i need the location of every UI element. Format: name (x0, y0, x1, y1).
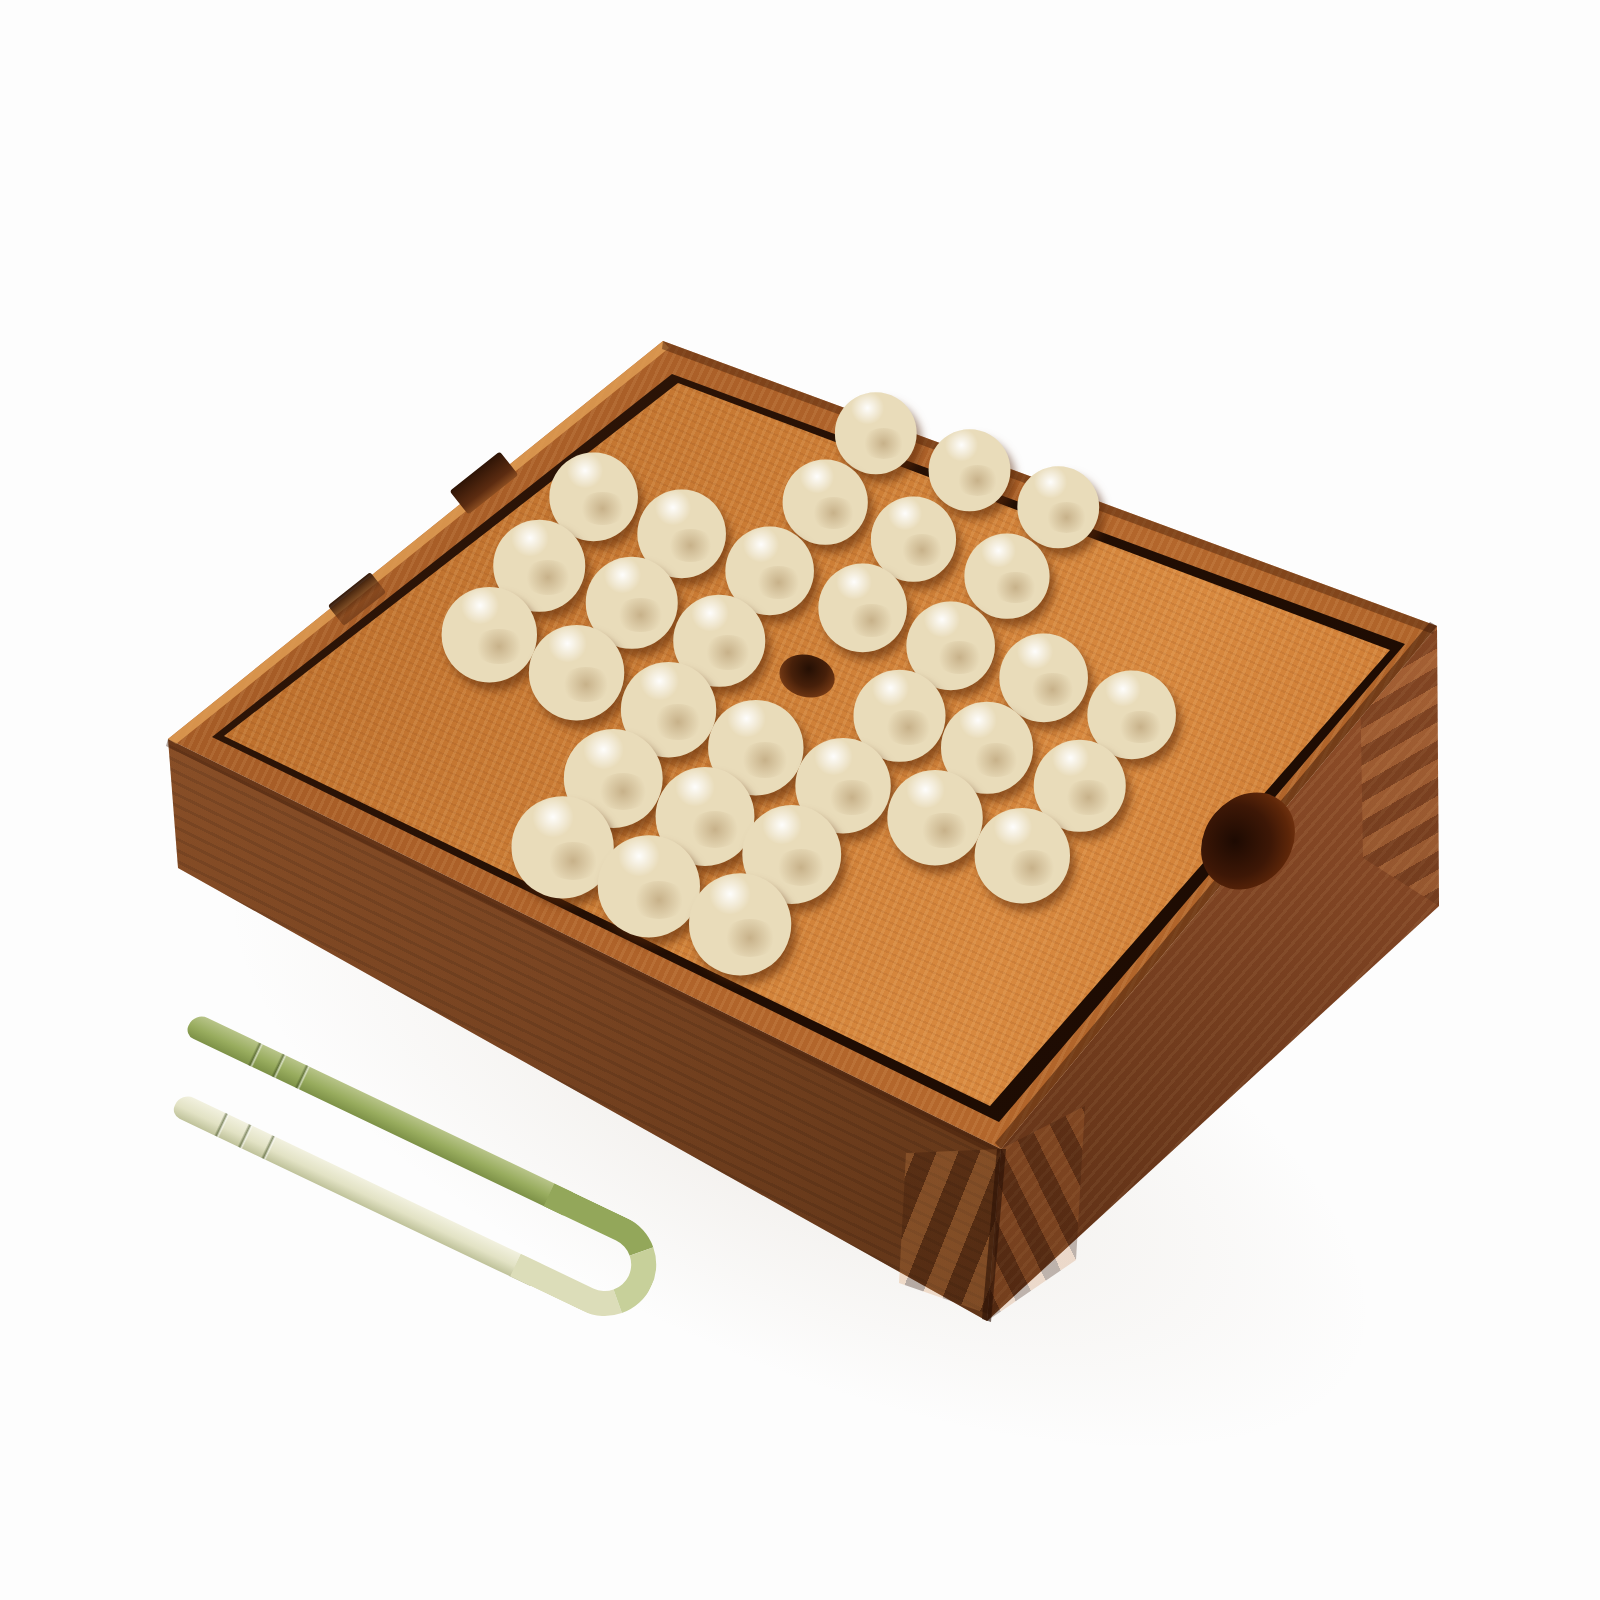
marble-highlight (870, 670, 911, 706)
marble-highlight (616, 836, 662, 876)
marble-shade (722, 919, 778, 957)
marble-shade (473, 629, 525, 664)
marble-shade (631, 881, 687, 919)
marble-highlight (1015, 634, 1055, 669)
marble[interactable]: ● (976, 798, 1069, 891)
marble-highlight (922, 602, 962, 637)
marble-highlight (653, 490, 693, 525)
marble-highlight (943, 429, 980, 461)
marble-highlight (834, 565, 874, 600)
marble-highlight (707, 874, 753, 914)
marble-highlight (741, 527, 781, 562)
marble-highlight (565, 453, 605, 488)
peg-solitaire-grid: ●●●●●●●●●●●●●●●●●●●●●●●●●●●●●●●● (0, 0, 1600, 1600)
grip-notch (214, 1113, 230, 1138)
marble-highlight (1103, 672, 1143, 707)
solitaire-product-photo: ●●●●●●●●●●●●●●●●●●●●●●●●●●●●●●●● (0, 0, 1600, 1600)
grip-notch (294, 1065, 310, 1090)
marble-highlight (957, 702, 998, 738)
marble-highlight (459, 587, 502, 624)
marble-shade (847, 604, 896, 637)
grip-notch (237, 1124, 253, 1149)
marble-highlight (546, 625, 589, 662)
marble[interactable]: ● (819, 555, 906, 642)
marble-highlight (849, 392, 886, 424)
marble-highlight (886, 497, 924, 530)
marble-highlight (798, 460, 836, 493)
marble-shade (1006, 850, 1058, 885)
marble-highlight (1050, 740, 1091, 776)
marble-shade (918, 813, 970, 848)
marble-highlight (979, 534, 1017, 567)
marble[interactable]: ● (690, 863, 790, 963)
marble-highlight (1032, 466, 1069, 498)
grip-notch (271, 1053, 287, 1078)
marble-highlight (530, 797, 576, 837)
marble-highlight (992, 808, 1035, 845)
marble-highlight (904, 771, 947, 808)
marble-highlight (602, 557, 643, 593)
grip-notch (261, 1135, 277, 1160)
grip-notch (247, 1042, 263, 1067)
